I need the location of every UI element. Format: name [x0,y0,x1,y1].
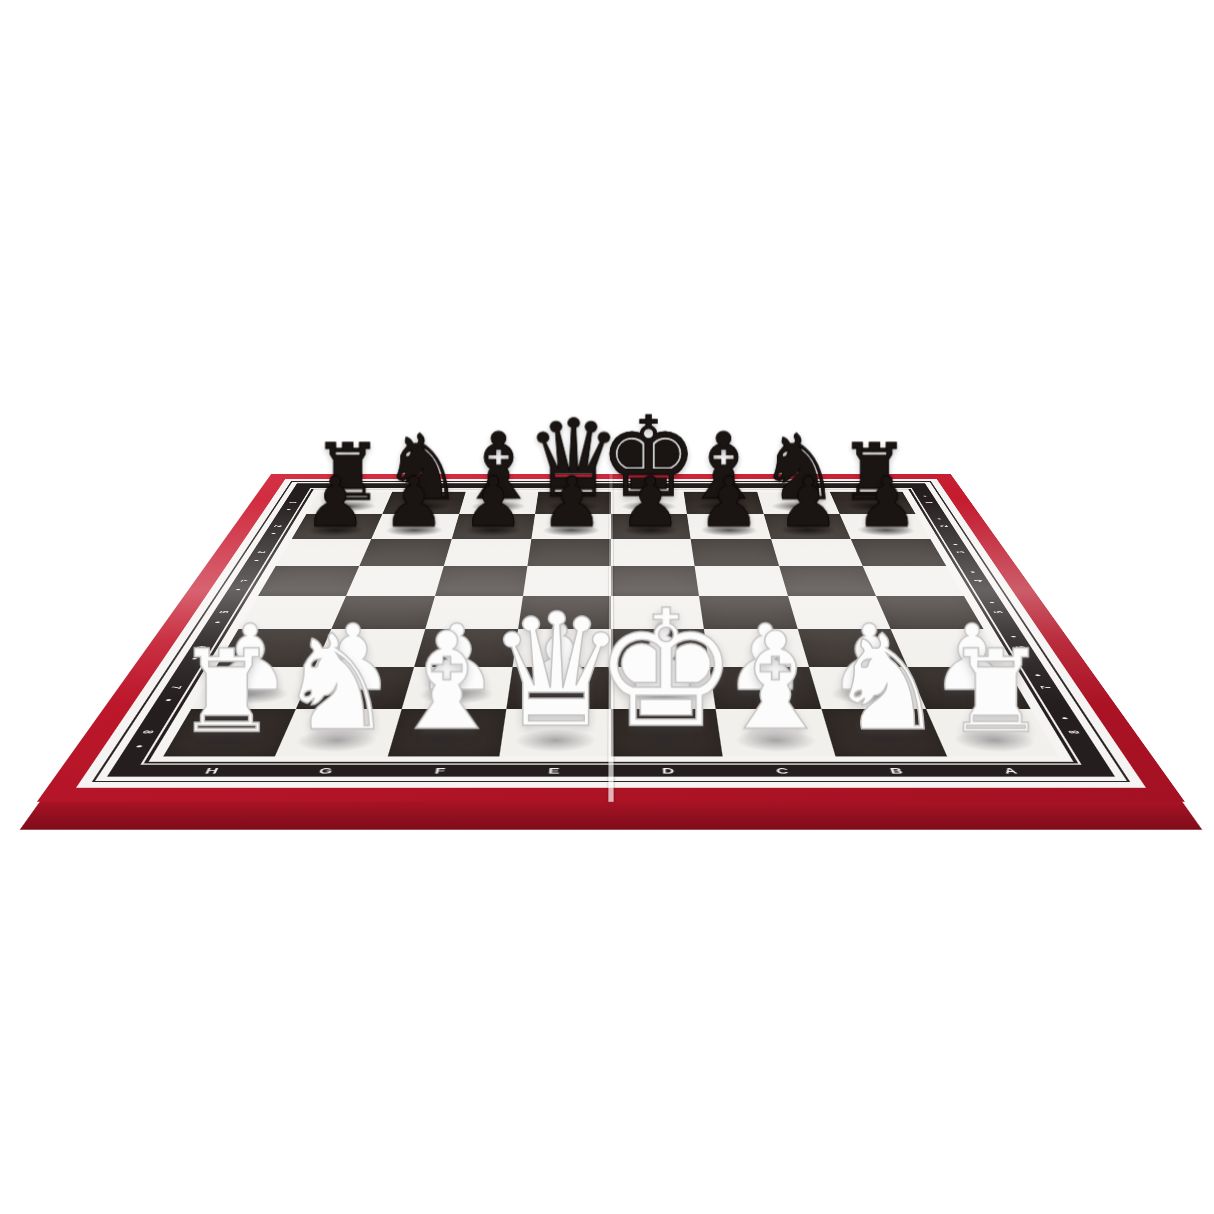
file-label: G [754,483,828,488]
square-g4[interactable] [346,566,443,596]
square-e1[interactable] [535,492,611,515]
square-g2[interactable] [372,514,459,539]
square-g3[interactable] [360,539,452,566]
square-b4[interactable] [779,566,876,596]
piece-wk-d8[interactable]: ♚ [611,709,723,757]
square-f2[interactable] [451,514,534,539]
file-label: D [539,483,611,488]
white-knight-glyph: ♞ [827,618,945,750]
square-c3[interactable] [691,539,779,566]
square-f3[interactable] [443,539,531,566]
piece-wn-b8[interactable]: ♞ [821,709,947,757]
file-label: A [322,483,396,488]
file-label: E [611,483,683,488]
file-label: H [826,483,900,488]
square-d3[interactable] [611,539,695,566]
square-d1[interactable] [611,492,687,515]
square-g1[interactable] [383,492,466,515]
rank-label: 1 [254,500,332,505]
piece-wr-a8[interactable]: ♜ [926,709,1059,757]
white-bishop-glyph: ♝ [716,615,837,749]
product-photo-stage: HGFEDCBA HGFEDCBA 12345678 12345678 ♜♞♝♛… [0,0,1214,1214]
piece-wn-g8[interactable]: ♞ [275,709,401,757]
square-b3[interactable] [771,539,863,566]
white-rook-glyph: ♜ [944,635,1047,750]
square-d2[interactable] [611,514,691,539]
file-label: F [683,483,756,488]
file-label: C [466,483,539,488]
rank-label: 3 [219,549,305,555]
rank-label: 4 [933,577,1023,584]
piece-wb-c8[interactable]: ♝ [716,709,835,757]
square-e2[interactable] [531,514,611,539]
file-label: B [394,483,468,488]
rank-label: 1 [890,500,968,505]
rank-label: 2 [903,523,984,529]
white-rook-glyph: ♜ [175,635,278,750]
square-f1[interactable] [459,492,538,515]
mat-near-edge-thickness [20,802,1203,830]
white-knight-glyph: ♞ [277,618,395,750]
square-c1[interactable] [684,492,763,515]
rank-label: 2 [237,523,318,529]
square-b2[interactable] [763,514,850,539]
square-b1[interactable] [757,492,840,515]
square-c2[interactable] [687,514,770,539]
rank-label: 3 [918,549,1004,555]
board-scene: HGFEDCBA HGFEDCBA 12345678 12345678 ♜♞♝♛… [37,474,1185,802]
square-e3[interactable] [527,539,611,566]
rank-label: 4 [198,577,288,584]
